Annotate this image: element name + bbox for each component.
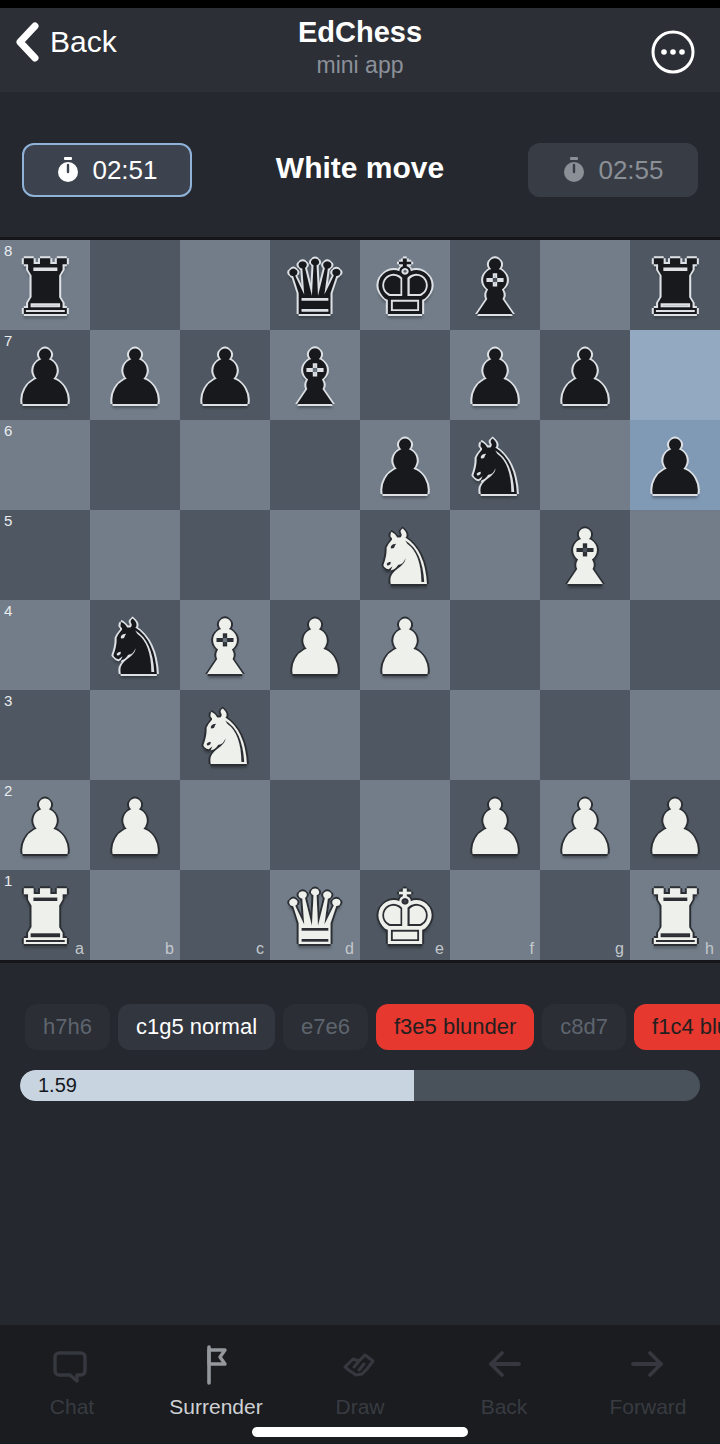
- square-h7[interactable]: [630, 330, 720, 420]
- piece-white-queen[interactable]: ♛: [270, 870, 360, 960]
- square-h3[interactable]: [630, 690, 720, 780]
- square-b3[interactable]: [90, 690, 180, 780]
- piece-black-pawn[interactable]: ♟: [630, 420, 720, 510]
- status-bar-strip: [0, 0, 720, 8]
- square-h6[interactable]: ♟: [630, 420, 720, 510]
- square-b8[interactable]: [90, 240, 180, 330]
- square-f7[interactable]: ♟: [450, 330, 540, 420]
- square-a1[interactable]: 1a♜: [0, 870, 90, 960]
- square-f2[interactable]: ♟: [450, 780, 540, 870]
- move-chip-e7e6[interactable]: e7e6: [283, 1004, 368, 1050]
- file-label-c: c: [256, 940, 264, 958]
- square-f1[interactable]: f: [450, 870, 540, 960]
- ellipsis-circle-icon: [650, 29, 696, 75]
- bottom-action-bar: ChatSurrenderDrawBackForward: [0, 1325, 720, 1444]
- move-chip-f1c4[interactable]: f1c4 blunder: [634, 1004, 720, 1050]
- nav-item-back[interactable]: Back: [439, 1341, 569, 1419]
- square-d1[interactable]: d♛: [270, 870, 360, 960]
- square-h5[interactable]: [630, 510, 720, 600]
- square-e5[interactable]: ♞: [360, 510, 450, 600]
- surrender-flag-icon: [193, 1341, 239, 1387]
- title-block: EdChess mini app: [0, 14, 720, 80]
- piece-black-rook[interactable]: ♜: [0, 240, 90, 330]
- square-d6[interactable]: [270, 420, 360, 510]
- piece-black-pawn[interactable]: ♟: [90, 330, 180, 420]
- move-chip-h7h6[interactable]: h7h6: [25, 1004, 110, 1050]
- square-g7[interactable]: ♟: [540, 330, 630, 420]
- piece-white-pawn[interactable]: ♟: [270, 600, 360, 690]
- piece-white-king[interactable]: ♚: [360, 870, 450, 960]
- piece-white-knight[interactable]: ♞: [180, 690, 270, 780]
- nav-item-forward[interactable]: Forward: [583, 1341, 713, 1419]
- piece-black-knight[interactable]: ♞: [90, 600, 180, 690]
- piece-black-pawn[interactable]: ♟: [540, 330, 630, 420]
- square-e8[interactable]: ♚: [360, 240, 450, 330]
- square-c8[interactable]: [180, 240, 270, 330]
- square-g5[interactable]: ♝: [540, 510, 630, 600]
- piece-white-pawn[interactable]: ♟: [360, 600, 450, 690]
- nav-item-chat[interactable]: Chat: [7, 1341, 137, 1419]
- nav-item-surrender[interactable]: Surrender: [151, 1341, 281, 1419]
- piece-white-pawn[interactable]: ♟: [540, 780, 630, 870]
- square-a7[interactable]: 7♟: [0, 330, 90, 420]
- app-header: Back EdChess mini app: [0, 8, 720, 92]
- black-clock-time: 02:55: [598, 155, 663, 186]
- square-a8[interactable]: 8♜: [0, 240, 90, 330]
- square-d7[interactable]: ♝: [270, 330, 360, 420]
- square-f6[interactable]: ♞: [450, 420, 540, 510]
- square-h1[interactable]: h♜: [630, 870, 720, 960]
- square-e7[interactable]: [360, 330, 450, 420]
- nav-label: Draw: [335, 1395, 384, 1419]
- eval-value: 1.59: [20, 1074, 77, 1097]
- nav-label: Back: [481, 1395, 528, 1419]
- square-a2[interactable]: 2♟: [0, 780, 90, 870]
- square-g2[interactable]: ♟: [540, 780, 630, 870]
- piece-white-bishop[interactable]: ♝: [540, 510, 630, 600]
- nav-items: ChatSurrenderDrawBackForward: [0, 1325, 720, 1419]
- square-e1[interactable]: e♚: [360, 870, 450, 960]
- menu-button[interactable]: [650, 29, 696, 75]
- page-title: EdChess: [0, 14, 720, 50]
- square-a6[interactable]: 6: [0, 420, 90, 510]
- square-e2[interactable]: [360, 780, 450, 870]
- stopwatch-icon: [562, 157, 586, 183]
- piece-white-pawn[interactable]: ♟: [630, 780, 720, 870]
- move-chip-c8d7[interactable]: c8d7: [542, 1004, 626, 1050]
- piece-white-pawn[interactable]: ♟: [0, 780, 90, 870]
- piece-black-queen[interactable]: ♛: [270, 240, 360, 330]
- piece-black-bishop[interactable]: ♝: [450, 240, 540, 330]
- page-subtitle: mini app: [0, 50, 720, 80]
- rank-label-3: 3: [4, 692, 12, 709]
- move-chip-f3e5[interactable]: f3e5 blunder: [376, 1004, 534, 1050]
- square-h4[interactable]: [630, 600, 720, 690]
- file-label-f: f: [530, 940, 534, 958]
- square-a5[interactable]: 5: [0, 510, 90, 600]
- square-b5[interactable]: [90, 510, 180, 600]
- piece-white-rook[interactable]: ♜: [630, 870, 720, 960]
- square-g6[interactable]: [540, 420, 630, 510]
- square-b7[interactable]: ♟: [90, 330, 180, 420]
- eval-bar-fill: 1.59: [20, 1070, 414, 1101]
- square-b6[interactable]: [90, 420, 180, 510]
- square-g4[interactable]: [540, 600, 630, 690]
- piece-white-bishop[interactable]: ♝: [180, 600, 270, 690]
- piece-black-pawn[interactable]: ♟: [450, 330, 540, 420]
- square-c6[interactable]: [180, 420, 270, 510]
- square-c2[interactable]: [180, 780, 270, 870]
- piece-white-rook[interactable]: ♜: [0, 870, 90, 960]
- square-b2[interactable]: ♟: [90, 780, 180, 870]
- nav-label: Chat: [50, 1395, 94, 1419]
- square-e4[interactable]: ♟: [360, 600, 450, 690]
- rank-label-4: 4: [4, 602, 12, 619]
- rank-label-6: 6: [4, 422, 12, 439]
- square-f3[interactable]: [450, 690, 540, 780]
- nav-label: Surrender: [169, 1395, 262, 1419]
- piece-black-king[interactable]: ♚: [360, 240, 450, 330]
- piece-black-bishop[interactable]: ♝: [270, 330, 360, 420]
- edchess-mini-app: Back EdChess mini app 02:51 White move: [0, 0, 720, 1444]
- move-chip-c1g5[interactable]: c1g5 normal: [118, 1004, 275, 1050]
- square-c7[interactable]: ♟: [180, 330, 270, 420]
- home-indicator: [252, 1427, 468, 1437]
- square-f4[interactable]: [450, 600, 540, 690]
- file-label-g: g: [615, 940, 624, 958]
- square-b4[interactable]: ♞: [90, 600, 180, 690]
- square-d4[interactable]: ♟: [270, 600, 360, 690]
- square-d8[interactable]: ♛: [270, 240, 360, 330]
- square-b1[interactable]: b: [90, 870, 180, 960]
- square-d5[interactable]: [270, 510, 360, 600]
- square-d3[interactable]: [270, 690, 360, 780]
- piece-white-pawn[interactable]: ♟: [90, 780, 180, 870]
- square-c1[interactable]: c: [180, 870, 270, 960]
- square-a4[interactable]: 4: [0, 600, 90, 690]
- square-c5[interactable]: [180, 510, 270, 600]
- square-g1[interactable]: g: [540, 870, 630, 960]
- black-clock: 02:55: [528, 143, 698, 197]
- clock-row: 02:51 White move 02:55: [0, 143, 720, 200]
- square-a3[interactable]: 3: [0, 690, 90, 780]
- square-g8[interactable]: [540, 240, 630, 330]
- eval-bar: 1.59: [20, 1070, 700, 1101]
- square-g3[interactable]: [540, 690, 630, 780]
- piece-black-pawn[interactable]: ♟: [0, 330, 90, 420]
- file-label-b: b: [165, 940, 174, 958]
- piece-white-knight[interactable]: ♞: [360, 510, 450, 600]
- chat-icon: [49, 1341, 95, 1387]
- square-d2[interactable]: [270, 780, 360, 870]
- square-h8[interactable]: ♜: [630, 240, 720, 330]
- square-h2[interactable]: ♟: [630, 780, 720, 870]
- chess-board: 8♜♛♚♝♜7♟♟♟♝♟♟6♟♞♟5♞♝4♞♝♟♟3♞2♟♟♟♟♟1a♜bcd♛…: [0, 240, 720, 960]
- piece-white-pawn[interactable]: ♟: [450, 780, 540, 870]
- nav-label: Forward: [609, 1395, 686, 1419]
- forward-arrow-icon: [625, 1341, 671, 1387]
- rank-label-5: 5: [4, 512, 12, 529]
- piece-black-knight[interactable]: ♞: [450, 420, 540, 510]
- square-e6[interactable]: ♟: [360, 420, 450, 510]
- handshake-icon: [337, 1341, 383, 1387]
- square-f5[interactable]: [450, 510, 540, 600]
- move-list: h7h6c1g5 normale7e6f3e5 blunderc8d7f1c4 …: [0, 1004, 720, 1050]
- piece-black-rook[interactable]: ♜: [630, 240, 720, 330]
- piece-black-pawn[interactable]: ♟: [360, 420, 450, 510]
- back-arrow-icon: [481, 1341, 527, 1387]
- square-c4[interactable]: ♝: [180, 600, 270, 690]
- nav-item-draw[interactable]: Draw: [295, 1341, 425, 1419]
- square-f8[interactable]: ♝: [450, 240, 540, 330]
- square-e3[interactable]: [360, 690, 450, 780]
- piece-black-pawn[interactable]: ♟: [180, 330, 270, 420]
- square-c3[interactable]: ♞: [180, 690, 270, 780]
